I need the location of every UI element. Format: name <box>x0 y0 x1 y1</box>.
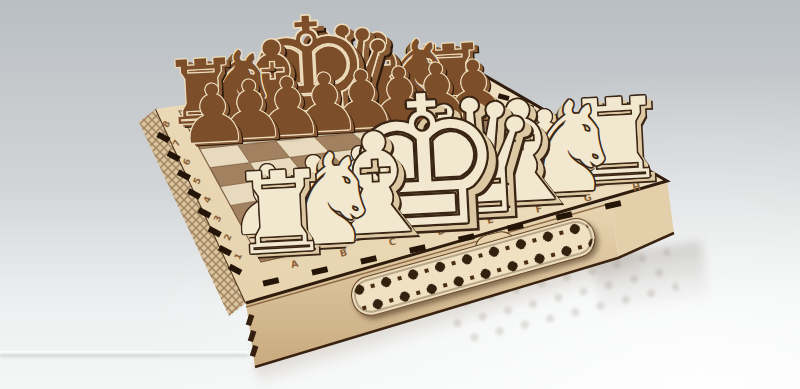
chess-box: ABCDEFGH12345678 <box>0 0 800 389</box>
border-slot <box>596 131 608 139</box>
scene: ABCDEFGH12345678 ♜♞♝♚♛♝♞♜♟♟♟♟♟♟♟♟♟♟♟♟♟♟♟… <box>0 0 800 389</box>
border-slot <box>620 141 632 149</box>
